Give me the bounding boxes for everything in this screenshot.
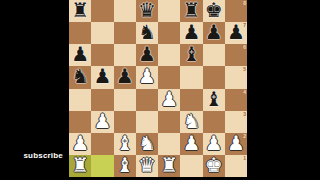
white-pawn-a2[interactable]: ♟: [71, 133, 89, 153]
square-f5[interactable]: [180, 66, 202, 88]
black-pawn-f7[interactable]: ♟: [182, 22, 200, 42]
white-pawn-e4[interactable]: ♟: [160, 89, 178, 109]
white-king-g1[interactable]: ♚: [205, 155, 223, 175]
square-e8[interactable]: [158, 0, 180, 22]
square-b4[interactable]: [91, 89, 113, 111]
square-e7[interactable]: [158, 22, 180, 44]
square-h5[interactable]: 5: [225, 66, 247, 88]
square-d5[interactable]: ♟: [136, 66, 158, 88]
black-bishop-g4[interactable]: ♝: [205, 89, 223, 109]
white-queen-d1[interactable]: ♛: [138, 155, 156, 175]
square-e4[interactable]: ♟: [158, 89, 180, 111]
square-h4[interactable]: 4: [225, 89, 247, 111]
square-g5[interactable]: [203, 66, 225, 88]
subscribe-caption: subscribe: [0, 151, 66, 160]
square-d8[interactable]: ♛: [136, 0, 158, 22]
black-king-g8[interactable]: ♚: [205, 0, 223, 20]
white-pawn-g2[interactable]: ♟: [205, 133, 223, 153]
square-h6[interactable]: 6: [225, 44, 247, 66]
square-b5[interactable]: ♟: [91, 66, 113, 88]
white-rook-a1[interactable]: ♜: [71, 155, 89, 175]
square-g8[interactable]: ♚: [203, 0, 225, 22]
black-rook-f8[interactable]: ♜: [182, 0, 200, 20]
black-rook-a8[interactable]: ♜: [71, 0, 89, 20]
square-a1[interactable]: ♜: [69, 155, 91, 177]
square-c3[interactable]: [114, 111, 136, 133]
square-d6[interactable]: ♟: [136, 44, 158, 66]
black-queen-d8[interactable]: ♛: [138, 0, 156, 20]
rank-coordinate-3: 3: [243, 111, 246, 117]
rank-coordinate-4: 4: [243, 89, 246, 95]
white-rook-e1[interactable]: ♜: [160, 155, 178, 175]
square-d2[interactable]: ♞: [136, 133, 158, 155]
square-c7[interactable]: [114, 22, 136, 44]
square-g6[interactable]: [203, 44, 225, 66]
square-b1[interactable]: [91, 155, 113, 177]
white-pawn-b3[interactable]: ♟: [93, 111, 111, 131]
white-knight-d2[interactable]: ♞: [138, 133, 156, 153]
square-f1[interactable]: [180, 155, 202, 177]
square-g3[interactable]: [203, 111, 225, 133]
square-f4[interactable]: [180, 89, 202, 111]
square-e1[interactable]: ♜: [158, 155, 180, 177]
square-c2[interactable]: ♝: [114, 133, 136, 155]
square-b7[interactable]: [91, 22, 113, 44]
square-e2[interactable]: [158, 133, 180, 155]
square-b3[interactable]: ♟: [91, 111, 113, 133]
white-bishop-c1[interactable]: ♝: [116, 155, 134, 175]
square-d4[interactable]: [136, 89, 158, 111]
square-g7[interactable]: ♟: [203, 22, 225, 44]
square-a8[interactable]: ♜: [69, 0, 91, 22]
square-b8[interactable]: [91, 0, 113, 22]
square-e3[interactable]: [158, 111, 180, 133]
square-a7[interactable]: [69, 22, 91, 44]
square-f7[interactable]: ♟: [180, 22, 202, 44]
square-a3[interactable]: [69, 111, 91, 133]
square-a2[interactable]: ♟: [69, 133, 91, 155]
square-b2[interactable]: [91, 133, 113, 155]
rank-coordinate-1: 1: [243, 155, 246, 161]
square-c6[interactable]: [114, 44, 136, 66]
black-pawn-g7[interactable]: ♟: [205, 22, 223, 42]
black-knight-d7[interactable]: ♞: [138, 22, 156, 42]
rank-coordinate-5: 5: [243, 66, 246, 72]
rank-coordinate-6: 6: [243, 44, 246, 50]
white-pawn-f2[interactable]: ♟: [182, 133, 200, 153]
white-knight-f3[interactable]: ♞: [182, 111, 200, 131]
square-h1[interactable]: 1: [225, 155, 247, 177]
square-h2[interactable]: 2♟: [225, 133, 247, 155]
square-a6[interactable]: ♟: [69, 44, 91, 66]
square-g2[interactable]: ♟: [203, 133, 225, 155]
square-c8[interactable]: [114, 0, 136, 22]
square-a4[interactable]: [69, 89, 91, 111]
square-d1[interactable]: ♛: [136, 155, 158, 177]
black-knight-a5[interactable]: ♞: [71, 66, 89, 86]
white-bishop-c2[interactable]: ♝: [116, 133, 134, 153]
square-f6[interactable]: ♝: [180, 44, 202, 66]
square-e5[interactable]: [158, 66, 180, 88]
black-pawn-b5[interactable]: ♟: [93, 66, 111, 86]
square-c5[interactable]: ♟: [114, 66, 136, 88]
square-g4[interactable]: ♝: [203, 89, 225, 111]
square-g1[interactable]: ♚: [203, 155, 225, 177]
black-pawn-a6[interactable]: ♟: [71, 44, 89, 64]
square-b6[interactable]: [91, 44, 113, 66]
black-pawn-d6[interactable]: ♟: [138, 44, 156, 64]
square-c4[interactable]: [114, 89, 136, 111]
video-frame: ♜♛♜♚8♞♟♟7♟♟♟♝6♞♟♟♟5♟♝4♟♞3♟♝♞♟♟2♟♜♝♛♜♚1 s…: [0, 0, 320, 180]
black-pawn-c5[interactable]: ♟: [116, 66, 134, 86]
square-h3[interactable]: 3: [225, 111, 247, 133]
square-d7[interactable]: ♞: [136, 22, 158, 44]
black-pawn-h7[interactable]: ♟: [227, 22, 245, 42]
white-pawn-d5[interactable]: ♟: [138, 66, 156, 86]
square-e6[interactable]: [158, 44, 180, 66]
square-h7[interactable]: 7♟: [225, 22, 247, 44]
chess-board[interactable]: ♜♛♜♚8♞♟♟7♟♟♟♝6♞♟♟♟5♟♝4♟♞3♟♝♞♟♟2♟♜♝♛♜♚1: [69, 0, 247, 177]
square-h8[interactable]: 8: [225, 0, 247, 22]
square-a5[interactable]: ♞: [69, 66, 91, 88]
square-c1[interactable]: ♝: [114, 155, 136, 177]
square-d3[interactable]: [136, 111, 158, 133]
square-f8[interactable]: ♜: [180, 0, 202, 22]
black-bishop-f6[interactable]: ♝: [182, 44, 200, 64]
square-f2[interactable]: ♟: [180, 133, 202, 155]
white-pawn-h2[interactable]: ♟: [227, 133, 245, 153]
square-f3[interactable]: ♞: [180, 111, 202, 133]
rank-coordinate-8: 8: [243, 0, 246, 6]
